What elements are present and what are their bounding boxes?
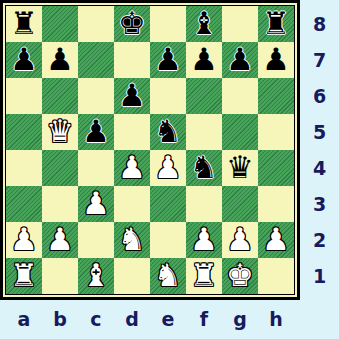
square-c6[interactable] [78,78,114,114]
square-a3[interactable] [6,186,42,222]
square-h5[interactable] [258,114,294,150]
square-a6[interactable] [6,78,42,114]
piece-white-pawn-b2[interactable]: ♟ [46,224,74,255]
piece-white-pawn-d4[interactable]: ♟ [118,152,146,183]
piece-black-rook-a8[interactable]: ♜ [10,8,38,39]
rank-label-5: 5 [300,114,339,150]
file-coordinates: abcdefgh [6,300,294,339]
square-e2[interactable] [150,222,186,258]
rank-label-1: 1 [300,258,339,294]
square-g8[interactable] [222,6,258,42]
piece-white-bishop-c1[interactable]: ♝ [82,260,110,291]
file-label-d: d [114,300,150,339]
piece-black-pawn-e7[interactable]: ♟ [154,44,182,75]
piece-black-pawn-d6[interactable]: ♟ [118,80,146,111]
square-h3[interactable] [258,186,294,222]
square-d1[interactable] [114,258,150,294]
square-e8[interactable] [150,6,186,42]
piece-black-king-d8[interactable]: ♚ [118,8,146,39]
file-label-g: g [222,300,258,339]
piece-black-pawn-c5[interactable]: ♟ [82,116,110,147]
rank-label-2: 2 [300,222,339,258]
square-f8[interactable]: ♝ [186,6,222,42]
square-c3[interactable]: ♟ [78,186,114,222]
square-c5[interactable]: ♟ [78,114,114,150]
square-e3[interactable] [150,186,186,222]
piece-black-rook-h8[interactable]: ♜ [262,8,290,39]
rank-coordinates: 87654321 [300,6,339,294]
square-h8[interactable]: ♜ [258,6,294,42]
rank-label-3: 3 [300,186,339,222]
square-g7[interactable]: ♟ [222,42,258,78]
square-h6[interactable] [258,78,294,114]
square-d2[interactable]: ♞ [114,222,150,258]
square-c4[interactable] [78,150,114,186]
square-d6[interactable]: ♟ [114,78,150,114]
square-f2[interactable]: ♟ [186,222,222,258]
piece-black-knight-e5[interactable]: ♞ [154,116,182,147]
piece-black-pawn-g7[interactable]: ♟ [226,44,254,75]
square-b7[interactable]: ♟ [42,42,78,78]
square-d7[interactable] [114,42,150,78]
square-d5[interactable] [114,114,150,150]
piece-white-pawn-g2[interactable]: ♟ [226,224,254,255]
square-a5[interactable] [6,114,42,150]
square-b6[interactable] [42,78,78,114]
piece-white-pawn-h2[interactable]: ♟ [262,224,290,255]
square-g1[interactable]: ♚ [222,258,258,294]
piece-black-pawn-a7[interactable]: ♟ [10,44,38,75]
rank-label-8: 8 [300,6,339,42]
piece-white-pawn-c3[interactable]: ♟ [82,188,110,219]
piece-white-queen-b5[interactable]: ♛ [46,116,74,147]
file-label-a: a [6,300,42,339]
square-b1[interactable] [42,258,78,294]
square-b4[interactable] [42,150,78,186]
square-f7[interactable]: ♟ [186,42,222,78]
piece-black-bishop-f8[interactable]: ♝ [190,8,218,39]
square-b5[interactable]: ♛ [42,114,78,150]
piece-white-pawn-e4[interactable]: ♟ [154,152,182,183]
square-d8[interactable]: ♚ [114,6,150,42]
square-g6[interactable] [222,78,258,114]
piece-black-pawn-f7[interactable]: ♟ [190,44,218,75]
square-b3[interactable] [42,186,78,222]
piece-white-king-g1[interactable]: ♚ [226,260,254,291]
square-a2[interactable]: ♟ [6,222,42,258]
square-f6[interactable] [186,78,222,114]
square-d4[interactable]: ♟ [114,150,150,186]
piece-white-knight-e1[interactable]: ♞ [154,260,182,291]
square-a7[interactable]: ♟ [6,42,42,78]
square-c8[interactable] [78,6,114,42]
square-e4[interactable]: ♟ [150,150,186,186]
file-label-h: h [258,300,294,339]
square-d3[interactable] [114,186,150,222]
square-f4[interactable]: ♞ [186,150,222,186]
chess-board: ♜♚♝♜♟♟♟♟♟♟♟♛♟♞♟♟♞♛♟♟♟♞♟♟♟♜♝♞♜♚ [5,5,295,295]
piece-white-pawn-a2[interactable]: ♟ [10,224,38,255]
square-b8[interactable] [42,6,78,42]
rank-label-7: 7 [300,42,339,78]
piece-white-pawn-f2[interactable]: ♟ [190,224,218,255]
chess-board-frame: ♜♚♝♜♟♟♟♟♟♟♟♛♟♞♟♟♞♛♟♟♟♞♟♟♟♜♝♞♜♚ [0,0,300,300]
square-a4[interactable] [6,150,42,186]
piece-black-queen-g4[interactable]: ♛ [226,152,254,183]
square-a1[interactable]: ♜ [6,258,42,294]
square-g2[interactable]: ♟ [222,222,258,258]
file-label-e: e [150,300,186,339]
square-c2[interactable] [78,222,114,258]
square-f5[interactable] [186,114,222,150]
square-e6[interactable] [150,78,186,114]
piece-white-knight-d2[interactable]: ♞ [118,224,146,255]
square-g3[interactable] [222,186,258,222]
piece-black-pawn-h7[interactable]: ♟ [262,44,290,75]
rank-label-6: 6 [300,78,339,114]
rank-label-4: 4 [300,150,339,186]
square-b2[interactable]: ♟ [42,222,78,258]
square-h2[interactable]: ♟ [258,222,294,258]
square-e5[interactable]: ♞ [150,114,186,150]
piece-white-rook-f1[interactable]: ♜ [190,260,218,291]
square-e7[interactable]: ♟ [150,42,186,78]
square-f1[interactable]: ♜ [186,258,222,294]
square-e1[interactable]: ♞ [150,258,186,294]
square-g5[interactable] [222,114,258,150]
file-label-c: c [78,300,114,339]
square-a8[interactable]: ♜ [6,6,42,42]
file-label-b: b [42,300,78,339]
square-h1[interactable] [258,258,294,294]
square-c7[interactable] [78,42,114,78]
square-g4[interactable]: ♛ [222,150,258,186]
square-c1[interactable]: ♝ [78,258,114,294]
piece-black-knight-f4[interactable]: ♞ [190,152,218,183]
piece-black-pawn-b7[interactable]: ♟ [46,44,74,75]
square-f3[interactable] [186,186,222,222]
square-h7[interactable]: ♟ [258,42,294,78]
file-label-f: f [186,300,222,339]
piece-white-rook-a1[interactable]: ♜ [10,260,38,291]
square-h4[interactable] [258,150,294,186]
